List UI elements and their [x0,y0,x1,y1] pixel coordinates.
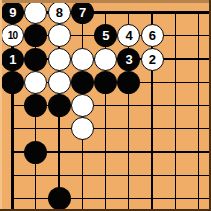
move-number: 10 [8,30,18,40]
black-stone [48,94,71,117]
intersection [24,164,47,187]
white-stone [48,48,71,71]
white-stone-move-4: 4 [117,24,140,47]
intersection [24,71,47,94]
intersection: 8 [47,1,70,24]
black-stone-move-5: 5 [94,24,117,47]
intersection [140,117,163,140]
intersection [71,94,94,117]
intersection [24,24,47,47]
intersection [187,47,210,70]
white-stone-move-8: 8 [48,1,71,24]
black-stone [48,187,71,210]
intersection [24,47,47,70]
intersection [94,47,117,70]
intersection [164,117,187,140]
board-top-edge [0,0,211,3]
black-stone [24,24,47,47]
black-stone [24,48,47,71]
intersection [94,117,117,140]
black-stone [1,71,24,94]
intersection [47,140,70,163]
intersection [71,187,94,210]
intersection [187,1,210,24]
black-stone [24,94,47,117]
intersection [164,164,187,187]
intersection: 5 [94,24,117,47]
intersection [187,117,210,140]
intersection [187,140,210,163]
intersection [47,47,70,70]
black-stone [71,71,94,94]
intersection: 1 [1,47,24,70]
go-board: 98710546132 [0,0,211,211]
intersection: 2 [140,47,163,70]
intersection [140,94,163,117]
intersection [94,187,117,210]
intersection [187,187,210,210]
white-stone-move-6: 6 [141,24,164,47]
black-stone-move-1: 1 [1,48,24,71]
intersection [140,140,163,163]
intersection [24,187,47,210]
move-number: 9 [9,6,16,19]
intersection [117,117,140,140]
intersection [24,1,47,24]
intersection [71,71,94,94]
intersection: 9 [1,1,24,24]
white-stone [71,48,94,71]
intersection [164,24,187,47]
move-number: 1 [9,52,16,65]
intersection [71,24,94,47]
black-stone [24,141,47,164]
intersection [164,94,187,117]
intersection [47,117,70,140]
white-stone [24,71,47,94]
board-intersections: 98710546132 [1,1,210,210]
intersection [140,1,163,24]
intersection [187,71,210,94]
intersection [164,140,187,163]
intersection [94,71,117,94]
intersection [94,1,117,24]
intersection [187,94,210,117]
intersection [71,164,94,187]
white-stone [94,48,117,71]
intersection [117,94,140,117]
intersection [164,187,187,210]
intersection [24,117,47,140]
intersection: 4 [117,24,140,47]
intersection [71,117,94,140]
black-stone-move-9: 9 [1,1,24,24]
intersection [94,164,117,187]
intersection [47,164,70,187]
white-stone-move-10: 10 [1,24,24,47]
white-stone [48,71,71,94]
white-stone [24,1,47,24]
intersection [47,94,70,117]
board-left-edge-highlight [0,0,2,211]
move-number: 2 [149,52,156,65]
intersection [117,164,140,187]
intersection [94,94,117,117]
intersection [140,71,163,94]
intersection [164,47,187,70]
intersection [117,187,140,210]
intersection [187,24,210,47]
move-number: 5 [102,29,109,42]
move-number: 7 [79,6,86,19]
intersection [47,24,70,47]
black-stone-move-3: 3 [117,48,140,71]
intersection [47,71,70,94]
intersection [71,47,94,70]
black-stone-move-7: 7 [71,1,94,24]
intersection [1,164,24,187]
intersection [1,71,24,94]
intersection: 6 [140,24,163,47]
black-stone [117,71,140,94]
intersection [117,71,140,94]
white-stone-move-2: 2 [141,48,164,71]
white-stone [71,94,94,117]
image-bottom-crop-edge [0,209,211,211]
intersection [164,1,187,24]
intersection [117,1,140,24]
intersection [1,117,24,140]
intersection [24,94,47,117]
intersection [47,187,70,210]
black-stone [94,71,117,94]
move-number: 6 [149,29,156,42]
intersection [117,140,140,163]
intersection: 3 [117,47,140,70]
intersection: 7 [71,1,94,24]
intersection [1,187,24,210]
intersection [94,140,117,163]
intersection [71,140,94,163]
move-number: 4 [125,29,132,42]
move-number: 8 [56,6,63,19]
intersection [187,164,210,187]
intersection [140,187,163,210]
intersection [24,140,47,163]
move-number: 3 [125,52,132,65]
intersection [164,71,187,94]
intersection [140,164,163,187]
intersection: 10 [1,24,24,47]
white-stone [71,117,94,140]
image-right-crop-edge [209,0,211,211]
white-stone [48,24,71,47]
intersection [1,140,24,163]
intersection [1,94,24,117]
